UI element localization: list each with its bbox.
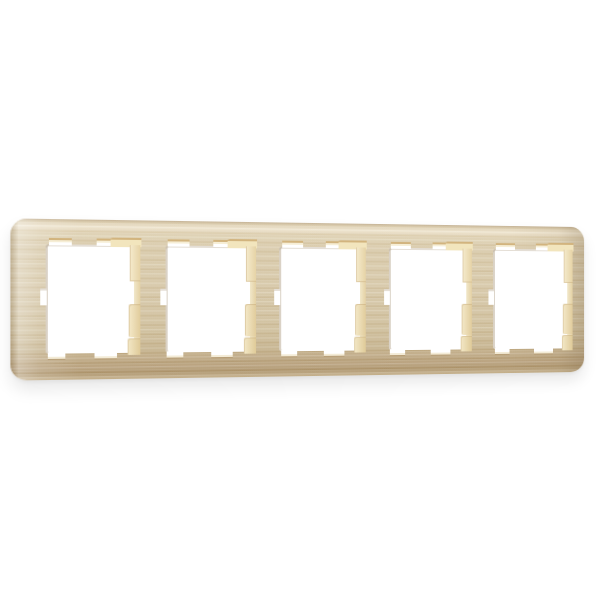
ivory-insert-lip-bottom-right: [243, 337, 255, 353]
fixing-notch-bottom-mid: [94, 352, 117, 360]
ivory-insert-lip-bottom-right: [128, 338, 141, 355]
fixing-notch-bottom-mid: [324, 350, 345, 357]
ivory-insert-lip-arm: [130, 245, 141, 282]
fixing-notch-left: [384, 289, 390, 305]
fixing-notch-bottom-left: [167, 351, 184, 358]
ivory-insert-lip-arm: [356, 247, 366, 282]
ivory-insert-lip-arm: [564, 250, 573, 284]
switch-frame-plate: [10, 218, 584, 380]
product-photo: [0, 0, 600, 600]
fixing-notch-top-left: [168, 239, 190, 246]
fixing-notch-left: [40, 288, 47, 306]
module-aperture-1: [46, 244, 141, 354]
fixing-notch-bottom-left: [495, 348, 509, 355]
fixing-notch-bottom-mid: [212, 351, 234, 358]
module-aperture-3: [279, 247, 366, 352]
fixing-notch-bottom-left: [48, 352, 65, 360]
module-aperture-4: [388, 248, 471, 350]
fixing-notch-top-left: [495, 243, 514, 250]
ivory-insert-lip-arm: [245, 246, 255, 282]
ivory-insert-lip-mid-right: [129, 304, 141, 337]
ivory-insert-lip-bottom-right: [562, 335, 573, 350]
fixing-notch-left: [160, 288, 166, 305]
ivory-insert-lip-bottom-right: [460, 336, 471, 352]
ivory-insert-lip-arm: [462, 249, 471, 283]
fixing-notch-left: [488, 289, 494, 305]
fixing-notch-bottom-left: [281, 350, 297, 357]
fixing-notch-top-left: [391, 242, 411, 249]
fixing-notch-bottom-mid: [534, 348, 553, 355]
ivory-insert-lip-mid-right: [355, 304, 366, 336]
fixing-notch-top-left: [282, 241, 303, 248]
ivory-insert-lip-mid-right: [563, 304, 573, 335]
module-aperture-5: [493, 249, 573, 349]
ivory-insert-lip-mid-right: [461, 304, 471, 335]
ivory-insert-lip-mid-right: [244, 304, 255, 337]
fixing-notch-bottom-left: [390, 349, 405, 356]
module-aperture-2: [165, 245, 255, 352]
fixing-notch-left: [274, 289, 280, 306]
ivory-insert-lip-bottom-right: [354, 337, 366, 353]
fixing-notch-bottom-mid: [431, 349, 451, 356]
fixing-notch-top-left: [49, 238, 72, 246]
